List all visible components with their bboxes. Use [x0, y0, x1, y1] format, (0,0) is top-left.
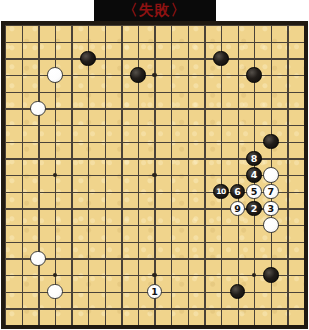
stone-white [30, 251, 46, 267]
move-number: 3 [267, 203, 274, 213]
title-band: 〈失敗〉 [94, 0, 216, 21]
stone-white-move-9: 9 [230, 201, 246, 217]
move-number: 2 [251, 203, 258, 213]
stone-black [230, 284, 246, 300]
star-point [53, 173, 58, 178]
move-number: 1 [151, 286, 158, 296]
star-point [53, 273, 58, 278]
stone-layer: 12345678910 [0, 17, 309, 330]
stone-black [263, 267, 279, 283]
move-number: 4 [251, 170, 258, 180]
stone-white-move-3: 3 [263, 201, 279, 217]
star-point [152, 173, 157, 178]
stone-black-move-8: 8 [246, 151, 262, 167]
star-point [152, 73, 157, 78]
move-number: 5 [251, 186, 258, 196]
move-number: 9 [234, 203, 241, 213]
star-point [152, 273, 157, 278]
stone-black-move-4: 4 [246, 167, 262, 183]
stone-black-move-2: 2 [246, 201, 262, 217]
stone-white [47, 67, 63, 83]
move-number: 10 [216, 187, 225, 195]
stone-black-move-10: 10 [213, 184, 229, 200]
stone-black [80, 51, 96, 67]
stone-white-move-7: 7 [263, 184, 279, 200]
stone-black-move-6: 6 [230, 184, 246, 200]
stone-black [213, 51, 229, 67]
stone-white [47, 284, 63, 300]
stone-white-move-1: 1 [147, 284, 163, 300]
stone-white [263, 217, 279, 233]
stone-black [130, 67, 146, 83]
title-text: 〈失敗〉 [123, 3, 187, 18]
move-number: 8 [251, 153, 258, 163]
stone-white [30, 101, 46, 117]
stone-white [263, 167, 279, 183]
move-number: 7 [267, 186, 274, 196]
stone-black [263, 134, 279, 150]
board-play-area: 12345678910 [5, 25, 304, 325]
star-point [252, 273, 257, 278]
stone-white-move-5: 5 [246, 184, 262, 200]
stone-black [246, 67, 262, 83]
move-number: 6 [234, 186, 241, 196]
go-board: 12345678910 [1, 21, 308, 329]
